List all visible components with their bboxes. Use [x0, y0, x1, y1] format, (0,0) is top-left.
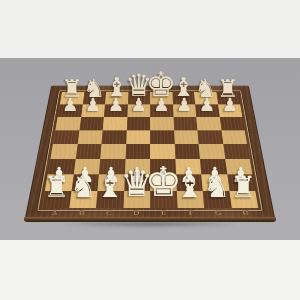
square-e5	[150, 130, 174, 144]
square-d7	[127, 104, 150, 117]
square-c5	[101, 130, 126, 144]
square-a8	[60, 92, 84, 104]
square-a1	[42, 191, 71, 208]
square-b2	[71, 174, 99, 190]
square-e3	[150, 159, 176, 175]
square-d8	[127, 92, 150, 104]
square-g6	[196, 117, 221, 130]
square-e2	[150, 174, 176, 190]
square-b1	[69, 191, 98, 208]
file-label-e: E	[150, 209, 177, 216]
square-f4	[174, 144, 200, 159]
chess-board: ABCDEFGH	[25, 86, 275, 218]
square-h5	[221, 130, 247, 144]
square-d6	[126, 117, 150, 130]
square-d1	[123, 191, 150, 208]
square-a2	[45, 174, 73, 190]
catalog-photo: ABCDEFGH ♜♞♝♛♚♝♞♜♟♟♟♟♟♟♟♟♟♟♟♟♟♟♟♟♜♞♝♛♚♝♞…	[0, 0, 300, 300]
file-labels: ABCDEFGH	[40, 209, 260, 216]
square-h3	[225, 159, 253, 175]
square-h1	[229, 191, 258, 208]
square-g3	[200, 159, 227, 175]
square-f2	[176, 174, 203, 190]
background-top	[0, 0, 300, 58]
square-h7	[218, 104, 243, 117]
square-e7	[150, 104, 173, 117]
square-c4	[100, 144, 126, 159]
square-a4	[50, 144, 77, 159]
square-b7	[81, 104, 105, 117]
file-label-b: B	[68, 209, 96, 216]
square-h8	[216, 92, 240, 104]
square-f1	[176, 191, 204, 208]
file-label-c: C	[95, 209, 123, 216]
square-d5	[126, 130, 150, 144]
square-a5	[53, 130, 79, 144]
square-f8	[172, 92, 195, 104]
file-label-f: F	[177, 209, 205, 216]
square-c2	[97, 174, 124, 190]
square-d2	[124, 174, 150, 190]
square-e8	[150, 92, 173, 104]
square-b6	[79, 117, 104, 130]
square-g5	[197, 130, 222, 144]
file-label-d: D	[123, 209, 150, 216]
square-a3	[48, 159, 76, 175]
square-g2	[201, 174, 229, 190]
square-b4	[75, 144, 101, 159]
board-squares	[42, 92, 259, 208]
square-c1	[96, 191, 124, 208]
square-d3	[124, 159, 150, 175]
square-c8	[105, 92, 128, 104]
square-g4	[199, 144, 225, 159]
square-f3	[175, 159, 201, 175]
square-g1	[203, 191, 232, 208]
background-bottom	[0, 240, 300, 300]
square-h2	[227, 174, 255, 190]
square-e1	[150, 191, 177, 208]
square-c7	[104, 104, 128, 117]
file-label-h: H	[231, 209, 259, 216]
square-g8	[194, 92, 218, 104]
file-label-g: G	[204, 209, 232, 216]
square-e4	[150, 144, 175, 159]
square-b5	[77, 130, 102, 144]
square-b3	[73, 159, 100, 175]
square-h6	[219, 117, 244, 130]
square-e6	[150, 117, 174, 130]
square-a6	[55, 117, 80, 130]
square-h4	[223, 144, 250, 159]
square-c6	[103, 117, 127, 130]
square-f5	[174, 130, 199, 144]
square-a7	[58, 104, 83, 117]
square-f7	[173, 104, 197, 117]
square-b8	[82, 92, 106, 104]
square-c3	[99, 159, 125, 175]
board-front-edge	[24, 217, 276, 222]
square-f6	[173, 117, 197, 130]
square-d4	[125, 144, 150, 159]
file-label-a: A	[40, 209, 68, 216]
square-g7	[195, 104, 219, 117]
